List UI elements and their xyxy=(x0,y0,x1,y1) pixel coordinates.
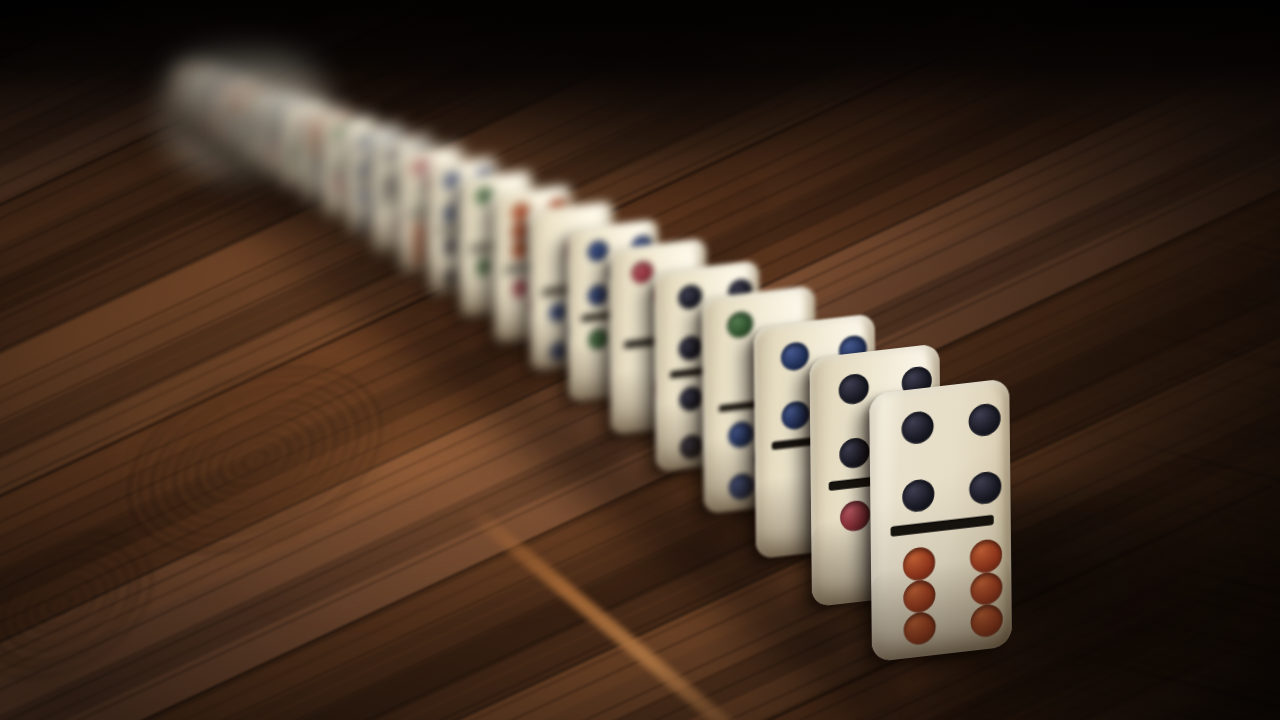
domino-pip xyxy=(728,311,754,340)
domino-pip xyxy=(511,221,529,241)
domino-pip xyxy=(782,399,810,430)
domino-pip xyxy=(255,114,264,124)
domino-pip xyxy=(781,340,809,371)
domino-row xyxy=(0,0,1280,720)
photo-stage xyxy=(0,0,1280,720)
domino-pip xyxy=(360,163,373,177)
domino-pip xyxy=(511,240,529,260)
domino-pip xyxy=(902,478,935,514)
domino-pip xyxy=(511,202,529,222)
domino-pip xyxy=(588,239,609,262)
domino-pip xyxy=(336,127,348,140)
domino-pip xyxy=(386,147,400,162)
domino-pip xyxy=(238,90,246,99)
domino-pip xyxy=(476,186,493,205)
domino-pip xyxy=(255,96,264,106)
pip-divider xyxy=(890,515,994,536)
domino-pip xyxy=(273,123,282,133)
domino-pip xyxy=(678,335,702,362)
domino-pip xyxy=(840,436,870,469)
domino-pip xyxy=(631,260,654,285)
domino-pip xyxy=(238,98,246,107)
domino-pip xyxy=(273,103,282,113)
domino-pip xyxy=(182,70,188,77)
domino-pip xyxy=(360,137,373,151)
domino-pip xyxy=(313,130,324,142)
domino-pip xyxy=(194,74,201,81)
domino-pip xyxy=(314,141,325,153)
domino-pip xyxy=(839,373,869,406)
front-domino-tile[interactable] xyxy=(869,378,1012,662)
domino-pip xyxy=(444,205,460,222)
domino-pip xyxy=(589,283,610,306)
domino-pip xyxy=(968,402,1001,438)
tile-base-shading xyxy=(871,555,1012,662)
domino-pip xyxy=(182,83,188,90)
domino-pip xyxy=(313,118,324,130)
domino-pip xyxy=(238,107,246,116)
domino-pip xyxy=(208,94,215,102)
domino-pip xyxy=(386,176,400,191)
domino-pip xyxy=(969,470,1002,506)
domino-pip xyxy=(208,79,215,87)
domino-pip xyxy=(444,172,460,189)
domino-pip xyxy=(223,84,231,92)
domino-pip xyxy=(678,284,702,311)
domino-pip xyxy=(414,159,429,175)
domino-pip xyxy=(901,410,934,446)
